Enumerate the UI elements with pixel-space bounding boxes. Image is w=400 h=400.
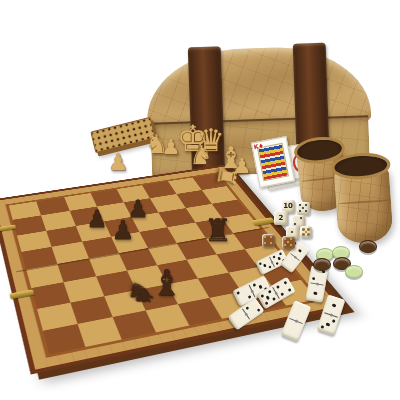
domino-pip-empty [335, 310, 339, 314]
domino-pip-empty [303, 249, 307, 253]
die-pip [305, 228, 308, 231]
die-pip [297, 220, 300, 223]
poker-die-10: 10 [282, 200, 295, 213]
chest-strap-left [187, 47, 225, 179]
die-pip [288, 231, 291, 234]
die-pip [291, 231, 294, 234]
die-pip [294, 231, 297, 234]
domino-pip-empty [322, 321, 326, 325]
die-pip [305, 231, 308, 234]
domino-pip-empty [325, 326, 329, 330]
die-pip [288, 234, 291, 237]
die-pip [305, 233, 308, 236]
domino-half [281, 318, 304, 341]
die-pip [300, 223, 303, 226]
chessboard [0, 165, 345, 375]
domino-pip [332, 319, 336, 323]
domino-pip-empty [284, 330, 288, 334]
die-pip [302, 210, 305, 213]
domino-pip-empty [290, 328, 294, 332]
brass-hinge-lower [9, 289, 34, 299]
die-pip [302, 228, 305, 231]
brass-hinge-upper [0, 225, 16, 233]
domino-pip-empty [293, 334, 297, 338]
die-pip [299, 210, 302, 213]
die-pip [305, 210, 308, 213]
cribbage-board [90, 117, 155, 153]
domino-pip-empty [327, 318, 331, 322]
domino-divider [324, 312, 338, 318]
die-pip [294, 220, 297, 223]
ivory-die-2 [292, 215, 305, 228]
die-pip [297, 223, 300, 226]
die-pip [307, 231, 310, 234]
white-pawn-offboard: ♟ [108, 151, 129, 174]
die-pip [297, 217, 300, 220]
die-pip [302, 233, 305, 236]
poker-die-2: 2 [274, 211, 288, 225]
die-pip [288, 228, 291, 231]
die-pip [302, 207, 305, 210]
domino-pip-empty [330, 324, 334, 328]
die-pip [294, 228, 297, 231]
product-photo-scene: K♦ 102 ♞♟♚♞♛♝♟♜♟♟♟♟♜♝♞ [0, 0, 400, 400]
domino-pip-empty [288, 322, 292, 326]
die-pip [291, 234, 294, 237]
chessboard-frame [0, 165, 345, 375]
domino-pip-empty [321, 274, 325, 278]
die-pip [300, 217, 303, 220]
domino-pip-empty [300, 246, 304, 250]
die-pip [290, 238, 293, 241]
domino-pip-empty [318, 269, 322, 273]
die-face-letter: 10 [282, 200, 295, 213]
domino-pip-empty [295, 330, 299, 334]
die-pip [294, 234, 297, 237]
die-pip [307, 233, 310, 236]
domino-pip-empty [329, 328, 333, 332]
domino-pip-empty [323, 316, 327, 320]
die-pip [299, 207, 302, 210]
checker-green [345, 265, 363, 278]
domino-pip-empty [301, 251, 305, 255]
die-pip [299, 204, 302, 207]
die-pip [291, 228, 294, 231]
die-face-letter: 2 [274, 211, 288, 225]
domino-pip [322, 270, 326, 274]
brass-latch [251, 217, 276, 226]
domino-pip-empty [286, 326, 290, 330]
checker-green [332, 246, 350, 259]
domino-half [317, 313, 340, 335]
die-pip [302, 231, 305, 234]
checker-brown [333, 257, 351, 270]
checker-green [316, 248, 334, 261]
domino-pip [320, 325, 324, 329]
domino-pip-empty [289, 332, 293, 336]
domino-pip [326, 322, 330, 326]
domino-pip-empty [292, 324, 296, 328]
die-pip [307, 228, 310, 231]
die-pip [294, 223, 297, 226]
bone-die-5 [300, 226, 312, 238]
ivory-die-1 [286, 226, 299, 239]
checker-brown [313, 258, 331, 271]
dice-cup-right [333, 161, 393, 245]
die-pip [294, 217, 297, 220]
die-pip [300, 220, 303, 223]
domino-pip-empty [297, 244, 301, 248]
domino-pip-empty [296, 325, 300, 329]
